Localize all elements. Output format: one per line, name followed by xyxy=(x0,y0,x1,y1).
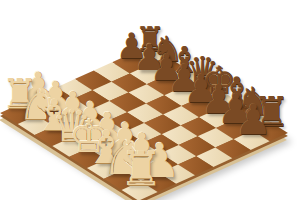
product-photo-scene: ♜♟♟♜♞♟♟♞♝♟♟♝♛♟♟♛♚♟♟♚♝♟♟♝♞♟♟♞♜♟♟♜ xyxy=(0,0,300,200)
white-rook-piece: ♜ xyxy=(119,144,162,192)
black-pawn: ♟ xyxy=(234,99,272,141)
chess-board: ♜♟♟♜♞♟♟♞♝♟♟♝♛♟♟♛♚♟♟♚♝♟♟♝♞♟♟♞♜♟♟♜ xyxy=(0,45,288,200)
